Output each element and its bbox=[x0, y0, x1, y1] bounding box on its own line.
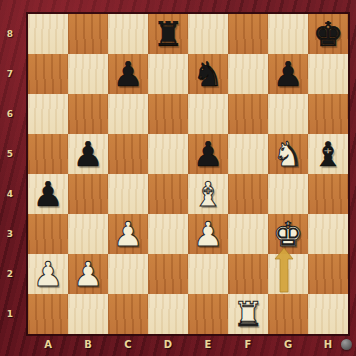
square-c3[interactable]: ♟ bbox=[108, 214, 148, 254]
square-b7[interactable] bbox=[68, 54, 108, 94]
piece-black-pawn[interactable]: ♟ bbox=[28, 174, 68, 214]
square-g7[interactable]: ♟ bbox=[268, 54, 308, 94]
square-f6[interactable] bbox=[228, 94, 268, 134]
square-g1[interactable] bbox=[268, 294, 308, 334]
square-b3[interactable] bbox=[68, 214, 108, 254]
piece-black-king[interactable]: ♚ bbox=[308, 14, 348, 54]
square-h3[interactable] bbox=[308, 214, 348, 254]
square-g2[interactable] bbox=[268, 254, 308, 294]
piece-white-pawn[interactable]: ♟ bbox=[108, 214, 148, 254]
piece-black-bishop[interactable]: ♝ bbox=[308, 134, 348, 174]
square-e2[interactable] bbox=[188, 254, 228, 294]
file-label-C: C bbox=[108, 334, 148, 356]
square-f1[interactable]: ♜ bbox=[228, 294, 268, 334]
square-g3[interactable]: ♚ bbox=[268, 214, 308, 254]
square-f8[interactable] bbox=[228, 14, 268, 54]
square-d5[interactable] bbox=[148, 134, 188, 174]
piece-white-pawn[interactable]: ♟ bbox=[68, 254, 108, 294]
piece-white-pawn[interactable]: ♟ bbox=[188, 214, 228, 254]
chess-board: ♜♚♟♞♟♟♟♞♝♟♝♟♟♚♟♟♜ bbox=[28, 14, 348, 334]
square-h6[interactable] bbox=[308, 94, 348, 134]
square-h1[interactable] bbox=[308, 294, 348, 334]
piece-white-pawn[interactable]: ♟ bbox=[28, 254, 68, 294]
square-b6[interactable] bbox=[68, 94, 108, 134]
rank-label-7: 7 bbox=[0, 54, 20, 94]
square-f7[interactable] bbox=[228, 54, 268, 94]
rank-label-1: 1 bbox=[0, 294, 20, 334]
square-e3[interactable]: ♟ bbox=[188, 214, 228, 254]
square-g4[interactable] bbox=[268, 174, 308, 214]
square-e4[interactable]: ♝ bbox=[188, 174, 228, 214]
square-h2[interactable] bbox=[308, 254, 348, 294]
square-f5[interactable] bbox=[228, 134, 268, 174]
square-c8[interactable] bbox=[108, 14, 148, 54]
square-c1[interactable] bbox=[108, 294, 148, 334]
rank-label-3: 3 bbox=[0, 214, 20, 254]
square-h5[interactable]: ♝ bbox=[308, 134, 348, 174]
square-a7[interactable] bbox=[28, 54, 68, 94]
square-a5[interactable] bbox=[28, 134, 68, 174]
square-e6[interactable] bbox=[188, 94, 228, 134]
square-d2[interactable] bbox=[148, 254, 188, 294]
square-a6[interactable] bbox=[28, 94, 68, 134]
square-h7[interactable] bbox=[308, 54, 348, 94]
piece-black-pawn[interactable]: ♟ bbox=[68, 134, 108, 174]
chess-board-window: ♜♚♟♞♟♟♟♞♝♟♝♟♟♚♟♟♜ 87654321ABCDEFGH bbox=[0, 0, 356, 356]
piece-black-rook[interactable]: ♜ bbox=[148, 14, 188, 54]
square-c2[interactable] bbox=[108, 254, 148, 294]
piece-white-bishop[interactable]: ♝ bbox=[188, 174, 228, 214]
file-label-E: E bbox=[188, 334, 228, 356]
square-g8[interactable] bbox=[268, 14, 308, 54]
piece-black-pawn[interactable]: ♟ bbox=[188, 134, 228, 174]
square-c4[interactable] bbox=[108, 174, 148, 214]
file-label-D: D bbox=[148, 334, 188, 356]
square-b1[interactable] bbox=[68, 294, 108, 334]
rank-label-4: 4 bbox=[0, 174, 20, 214]
piece-black-pawn[interactable]: ♟ bbox=[268, 54, 308, 94]
square-e7[interactable]: ♞ bbox=[188, 54, 228, 94]
square-a2[interactable]: ♟ bbox=[28, 254, 68, 294]
corner-dot bbox=[341, 339, 352, 350]
square-b2[interactable]: ♟ bbox=[68, 254, 108, 294]
square-g6[interactable] bbox=[268, 94, 308, 134]
square-e5[interactable]: ♟ bbox=[188, 134, 228, 174]
file-label-A: A bbox=[28, 334, 68, 356]
square-b8[interactable] bbox=[68, 14, 108, 54]
rank-label-8: 8 bbox=[0, 14, 20, 54]
piece-black-knight[interactable]: ♞ bbox=[188, 54, 228, 94]
square-d4[interactable] bbox=[148, 174, 188, 214]
square-f4[interactable] bbox=[228, 174, 268, 214]
square-d1[interactable] bbox=[148, 294, 188, 334]
square-a3[interactable] bbox=[28, 214, 68, 254]
square-e1[interactable] bbox=[188, 294, 228, 334]
square-a4[interactable]: ♟ bbox=[28, 174, 68, 214]
rank-label-2: 2 bbox=[0, 254, 20, 294]
rank-label-5: 5 bbox=[0, 134, 20, 174]
file-label-G: G bbox=[268, 334, 308, 356]
square-b5[interactable]: ♟ bbox=[68, 134, 108, 174]
square-b4[interactable] bbox=[68, 174, 108, 214]
square-a8[interactable] bbox=[28, 14, 68, 54]
square-f2[interactable] bbox=[228, 254, 268, 294]
square-h8[interactable]: ♚ bbox=[308, 14, 348, 54]
square-d7[interactable] bbox=[148, 54, 188, 94]
square-c7[interactable]: ♟ bbox=[108, 54, 148, 94]
square-h4[interactable] bbox=[308, 174, 348, 214]
file-label-B: B bbox=[68, 334, 108, 356]
square-e8[interactable] bbox=[188, 14, 228, 54]
piece-white-king[interactable]: ♚ bbox=[268, 214, 308, 254]
square-c5[interactable] bbox=[108, 134, 148, 174]
square-c6[interactable] bbox=[108, 94, 148, 134]
rank-label-6: 6 bbox=[0, 94, 20, 134]
square-d3[interactable] bbox=[148, 214, 188, 254]
piece-white-knight[interactable]: ♞ bbox=[268, 134, 308, 174]
piece-white-rook[interactable]: ♜ bbox=[228, 294, 268, 334]
square-g5[interactable]: ♞ bbox=[268, 134, 308, 174]
square-f3[interactable] bbox=[228, 214, 268, 254]
square-d8[interactable]: ♜ bbox=[148, 14, 188, 54]
file-label-F: F bbox=[228, 334, 268, 356]
square-d6[interactable] bbox=[148, 94, 188, 134]
square-a1[interactable] bbox=[28, 294, 68, 334]
piece-black-pawn[interactable]: ♟ bbox=[108, 54, 148, 94]
